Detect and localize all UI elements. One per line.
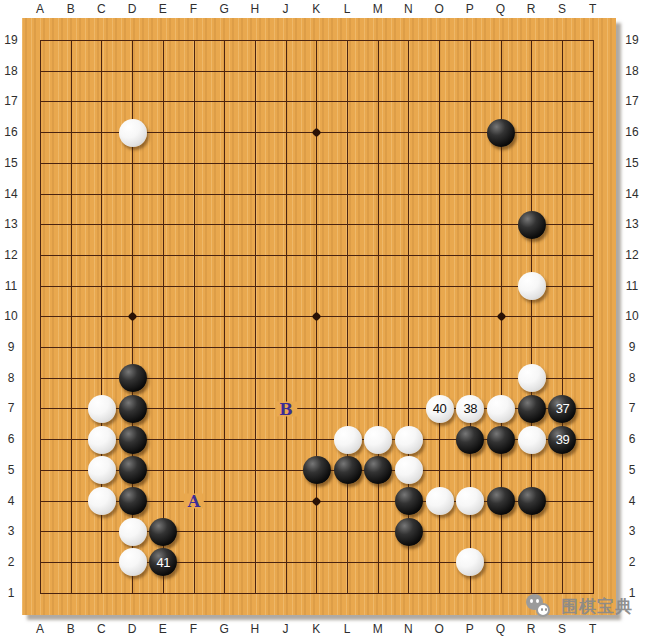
board-grid: 3739414038AB: [40, 40, 594, 594]
white-stone-C6: [88, 426, 116, 454]
col-label-bottom-E: E: [153, 621, 173, 637]
row-label-left-16: 16: [0, 124, 22, 140]
col-label-bottom-C: C: [91, 621, 111, 637]
col-label-bottom-M: M: [368, 621, 388, 637]
col-label-top-J: J: [276, 1, 296, 17]
col-label-top-R: R: [521, 1, 541, 17]
white-stone-P4: [456, 487, 484, 515]
col-label-top-M: M: [368, 1, 388, 17]
row-label-left-6: 6: [0, 431, 22, 447]
col-label-bottom-P: P: [460, 621, 480, 637]
row-label-right-8: 8: [619, 370, 645, 386]
col-label-bottom-T: T: [583, 621, 603, 637]
row-label-right-9: 9: [619, 339, 645, 355]
row-label-left-18: 18: [0, 63, 22, 79]
white-stone-D16: [119, 119, 147, 147]
black-stone-N3: [395, 518, 423, 546]
col-label-bottom-O: O: [429, 621, 449, 637]
row-label-left-9: 9: [0, 339, 22, 355]
row-label-right-11: 11: [619, 278, 645, 294]
row-label-right-7: 7: [619, 400, 645, 416]
white-stone-R8: [518, 364, 546, 392]
col-label-bottom-D: D: [122, 621, 142, 637]
row-label-left-7: 7: [0, 400, 22, 416]
col-label-bottom-R: R: [521, 621, 541, 637]
row-label-left-1: 1: [0, 585, 22, 601]
row-label-right-15: 15: [619, 155, 645, 171]
row-label-left-12: 12: [0, 247, 22, 263]
col-label-bottom-L: L: [337, 621, 357, 637]
col-label-top-Q: Q: [491, 1, 511, 17]
go-stones-logo-icon: [525, 593, 556, 620]
black-stone-D8: [119, 364, 147, 392]
row-label-left-8: 8: [0, 370, 22, 386]
move-number-label: 37: [548, 395, 576, 423]
star-point-K10: [312, 312, 322, 322]
white-stone-N6: [395, 426, 423, 454]
star-point-D10: [128, 312, 138, 322]
black-stone-Q4: [487, 487, 515, 515]
black-stone-Q16: [487, 119, 515, 147]
row-label-left-15: 15: [0, 155, 22, 171]
black-stone-L5: [334, 456, 362, 484]
col-label-top-F: F: [184, 1, 204, 17]
white-stone-Q7: [487, 395, 515, 423]
col-label-top-K: K: [306, 1, 326, 17]
grid-line: [378, 40, 379, 594]
annotation-letter-A: A: [184, 494, 204, 509]
black-stone-P6: [456, 426, 484, 454]
col-label-bottom-G: G: [214, 621, 234, 637]
black-stone-S7: 37: [548, 395, 576, 423]
move-number-label: 40: [426, 395, 454, 423]
col-label-top-E: E: [153, 1, 173, 17]
go-diagram-screen: ABCDEFGHJKLMNOPQRST ABCDEFGHJKLMNOPQRST …: [0, 0, 646, 638]
col-label-bottom-K: K: [306, 621, 326, 637]
col-label-top-H: H: [245, 1, 265, 17]
annotation-letter-B: B: [275, 401, 297, 416]
row-label-left-10: 10: [0, 308, 22, 324]
col-label-top-D: D: [122, 1, 142, 17]
col-label-top-P: P: [460, 1, 480, 17]
row-label-right-12: 12: [619, 247, 645, 263]
row-label-right-10: 10: [619, 308, 645, 324]
white-stone-C7: [88, 395, 116, 423]
grid-line: [347, 40, 348, 594]
move-number-label: 39: [548, 426, 576, 454]
grid-line: [40, 347, 594, 348]
black-stone-D7: [119, 395, 147, 423]
col-label-top-T: T: [583, 1, 603, 17]
black-stone-D5: [119, 456, 147, 484]
col-label-top-B: B: [61, 1, 81, 17]
white-stone-C5: [88, 456, 116, 484]
col-label-top-L: L: [337, 1, 357, 17]
col-label-top-O: O: [429, 1, 449, 17]
col-label-top-G: G: [214, 1, 234, 17]
row-label-left-13: 13: [0, 216, 22, 232]
black-stone-M5: [364, 456, 392, 484]
row-label-right-14: 14: [619, 186, 645, 202]
col-label-bottom-A: A: [30, 621, 50, 637]
row-label-right-13: 13: [619, 216, 645, 232]
col-label-top-N: N: [398, 1, 418, 17]
white-stone-L6: [334, 426, 362, 454]
row-label-right-5: 5: [619, 462, 645, 478]
row-label-right-16: 16: [619, 124, 645, 140]
col-label-top-A: A: [30, 1, 50, 17]
watermark: 围棋宝典: [525, 592, 633, 620]
black-stone-E2: 41: [149, 548, 177, 576]
row-label-left-3: 3: [0, 523, 22, 539]
col-label-bottom-F: F: [184, 621, 204, 637]
row-label-left-5: 5: [0, 462, 22, 478]
grid-line: [593, 40, 594, 594]
white-stone-R6: [518, 426, 546, 454]
move-number-label: 41: [149, 548, 177, 576]
white-stone-M6: [364, 426, 392, 454]
white-stone-D2: [119, 548, 147, 576]
row-label-right-18: 18: [619, 63, 645, 79]
star-point-K4: [312, 496, 322, 506]
col-label-bottom-S: S: [552, 621, 572, 637]
row-label-right-2: 2: [619, 554, 645, 570]
row-label-right-17: 17: [619, 93, 645, 109]
black-stone-D4: [119, 487, 147, 515]
move-number-label: 38: [456, 395, 484, 423]
black-stone-Q6: [487, 426, 515, 454]
white-stone-P7: 38: [456, 395, 484, 423]
white-stone-O4: [426, 487, 454, 515]
row-label-left-17: 17: [0, 93, 22, 109]
white-stone-face-icon: [536, 603, 550, 617]
col-label-bottom-N: N: [398, 621, 418, 637]
white-stone-O7: 40: [426, 395, 454, 423]
col-label-top-S: S: [552, 1, 572, 17]
black-stone-K5: [303, 456, 331, 484]
grid-line: [40, 593, 594, 594]
black-stone-E3: [149, 518, 177, 546]
watermark-text: 围棋宝典: [561, 595, 633, 618]
row-label-right-19: 19: [619, 32, 645, 48]
white-stone-C4: [88, 487, 116, 515]
black-stone-R13: [518, 211, 546, 239]
col-label-bottom-Q: Q: [491, 621, 511, 637]
row-label-left-11: 11: [0, 278, 22, 294]
row-label-left-19: 19: [0, 32, 22, 48]
go-board[interactable]: 3739414038AB: [22, 18, 616, 615]
star-point-Q10: [496, 312, 506, 322]
white-stone-R11: [518, 272, 546, 300]
col-label-top-C: C: [91, 1, 111, 17]
col-label-bottom-H: H: [245, 621, 265, 637]
black-stone-D6: [119, 426, 147, 454]
row-label-left-2: 2: [0, 554, 22, 570]
col-label-bottom-B: B: [61, 621, 81, 637]
row-label-right-3: 3: [619, 523, 645, 539]
black-stone-S6: 39: [548, 426, 576, 454]
row-label-left-14: 14: [0, 186, 22, 202]
black-stone-R7: [518, 395, 546, 423]
col-label-bottom-J: J: [276, 621, 296, 637]
row-label-left-4: 4: [0, 493, 22, 509]
white-stone-N5: [395, 456, 423, 484]
black-stone-N4: [395, 487, 423, 515]
row-label-right-6: 6: [619, 431, 645, 447]
row-label-right-4: 4: [619, 493, 645, 509]
white-stone-P2: [456, 548, 484, 576]
white-stone-D3: [119, 518, 147, 546]
black-stone-R4: [518, 487, 546, 515]
star-point-K16: [312, 128, 322, 138]
grid-line: [562, 40, 563, 594]
